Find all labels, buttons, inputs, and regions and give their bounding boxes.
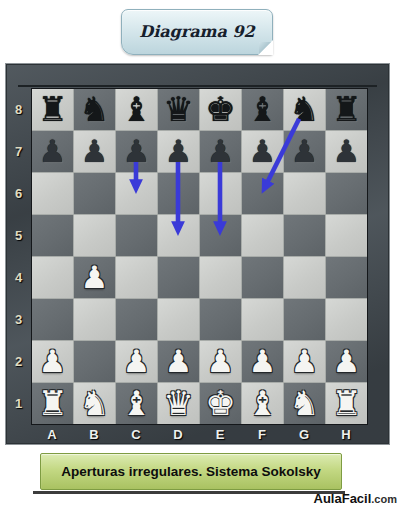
black-queen-d8: ♛: [163, 89, 193, 130]
file-label-h: H: [325, 425, 367, 445]
square-g8: ♞: [284, 89, 325, 130]
square-f4: [242, 257, 283, 298]
square-a4: [32, 257, 73, 298]
square-h1: ♜: [326, 383, 367, 424]
square-e8: ♚: [200, 89, 241, 130]
square-a8: ♜: [32, 89, 73, 130]
square-f1: ♝: [242, 383, 283, 424]
square-f6: [242, 173, 283, 214]
square-e3: [200, 299, 241, 340]
black-pawn-h7: ♟: [333, 131, 361, 172]
file-labels: ABCDEFGH: [31, 425, 368, 445]
square-b7: ♟: [74, 131, 115, 172]
square-a6: [32, 173, 73, 214]
black-rook-h8: ♜: [331, 89, 361, 130]
square-g5: [284, 215, 325, 256]
rank-label-7: 7: [6, 130, 31, 172]
square-d4: [158, 257, 199, 298]
square-e1: ♚: [200, 383, 241, 424]
white-bishop-c1: ♝: [121, 383, 151, 424]
square-f7: ♟: [242, 131, 283, 172]
square-d1: ♛: [158, 383, 199, 424]
square-c2: ♟: [116, 341, 157, 382]
caption-text: Aperturas irregulares. Sistema Sokolsky: [61, 464, 321, 479]
title-note: Diagrama 92: [121, 9, 273, 55]
square-b6: [74, 173, 115, 214]
black-pawn-d7: ♟: [165, 131, 193, 172]
black-pawn-f7: ♟: [249, 131, 277, 172]
file-label-c: C: [115, 425, 157, 445]
black-knight-b8: ♞: [79, 89, 109, 130]
white-pawn-d2: ♟: [165, 341, 193, 382]
file-label-f: F: [241, 425, 283, 445]
square-e4: [200, 257, 241, 298]
square-b4: ♟: [74, 257, 115, 298]
square-d2: ♟: [158, 341, 199, 382]
white-rook-a1: ♜: [37, 383, 67, 424]
square-f2: ♟: [242, 341, 283, 382]
white-pawn-e2: ♟: [207, 341, 235, 382]
black-pawn-c7: ♟: [123, 131, 151, 172]
square-c6: [116, 173, 157, 214]
brand-tld: .com: [371, 493, 397, 505]
square-d6: [158, 173, 199, 214]
square-d5: [158, 215, 199, 256]
rank-labels: 87654321: [6, 88, 31, 425]
rank-label-1: 1: [6, 382, 31, 424]
square-d8: ♛: [158, 89, 199, 130]
white-pawn-g2: ♟: [291, 341, 319, 382]
black-bishop-f8: ♝: [247, 89, 277, 130]
square-c3: [116, 299, 157, 340]
file-label-g: G: [283, 425, 325, 445]
page-title: Diagrama 92: [139, 22, 254, 43]
white-rook-h1: ♜: [331, 383, 361, 424]
square-b5: [74, 215, 115, 256]
square-d7: ♟: [158, 131, 199, 172]
square-a5: [32, 215, 73, 256]
white-pawn-a2: ♟: [39, 341, 67, 382]
diagram-page: Diagrama 92 87654321 ♜♞♝♛♚♝♞♜♟♟♟♟♟♟♟♟♟♟♟…: [0, 0, 399, 507]
black-bishop-c8: ♝: [121, 89, 151, 130]
square-f8: ♝: [242, 89, 283, 130]
square-e5: [200, 215, 241, 256]
white-knight-b1: ♞: [79, 383, 109, 424]
file-label-b: B: [73, 425, 115, 445]
square-e7: ♟: [200, 131, 241, 172]
black-pawn-e7: ♟: [207, 131, 235, 172]
square-h7: ♟: [326, 131, 367, 172]
square-d3: [158, 299, 199, 340]
square-h5: [326, 215, 367, 256]
black-pawn-b7: ♟: [81, 131, 109, 172]
square-b8: ♞: [74, 89, 115, 130]
square-c7: ♟: [116, 131, 157, 172]
caption-divider: [33, 491, 345, 494]
rank-label-6: 6: [6, 172, 31, 214]
square-g7: ♟: [284, 131, 325, 172]
square-c1: ♝: [116, 383, 157, 424]
brand-link[interactable]: AulaFacil.com: [314, 489, 397, 507]
square-c4: [116, 257, 157, 298]
brand-name: AulaFacil: [314, 491, 372, 506]
square-f3: [242, 299, 283, 340]
square-e6: [200, 173, 241, 214]
file-label-e: E: [199, 425, 241, 445]
file-label-d: D: [157, 425, 199, 445]
rank-label-2: 2: [6, 340, 31, 382]
white-pawn-f2: ♟: [249, 341, 277, 382]
black-pawn-a7: ♟: [39, 131, 67, 172]
caption-box: Aperturas irregulares. Sistema Sokolsky: [40, 453, 342, 490]
black-king-e8: ♚: [205, 89, 235, 130]
chess-board: ♜♞♝♛♚♝♞♜♟♟♟♟♟♟♟♟♟♟♟♟♟♟♟♟♜♞♝♛♚♝♞♜: [31, 88, 368, 425]
square-h2: ♟: [326, 341, 367, 382]
square-e2: ♟: [200, 341, 241, 382]
square-g4: [284, 257, 325, 298]
black-knight-g8: ♞: [289, 89, 319, 130]
rank-label-8: 8: [6, 88, 31, 130]
square-f5: [242, 215, 283, 256]
rank-label-3: 3: [6, 298, 31, 340]
square-c8: ♝: [116, 89, 157, 130]
chess-board-frame: 87654321 ♜♞♝♛♚♝♞♜♟♟♟♟♟♟♟♟♟♟♟♟♟♟♟♟♜♞♝♛♚♝♞…: [5, 63, 390, 445]
white-queen-d1: ♛: [163, 383, 193, 424]
white-bishop-f1: ♝: [247, 383, 277, 424]
black-pawn-g7: ♟: [291, 131, 319, 172]
square-h4: [326, 257, 367, 298]
square-h8: ♜: [326, 89, 367, 130]
square-a1: ♜: [32, 383, 73, 424]
square-g2: ♟: [284, 341, 325, 382]
square-g1: ♞: [284, 383, 325, 424]
square-b3: [74, 299, 115, 340]
square-b2: [74, 341, 115, 382]
square-a3: [32, 299, 73, 340]
rank-label-4: 4: [6, 256, 31, 298]
square-h3: [326, 299, 367, 340]
white-pawn-c2: ♟: [123, 341, 151, 382]
square-g6: [284, 173, 325, 214]
square-b1: ♞: [74, 383, 115, 424]
rank-label-5: 5: [6, 214, 31, 256]
square-h6: [326, 173, 367, 214]
square-c5: [116, 215, 157, 256]
white-king-e1: ♚: [205, 383, 235, 424]
white-knight-g1: ♞: [289, 383, 319, 424]
square-a2: ♟: [32, 341, 73, 382]
square-a7: ♟: [32, 131, 73, 172]
white-pawn-b4: ♟: [81, 257, 109, 298]
black-rook-a8: ♜: [37, 89, 67, 130]
square-g3: [284, 299, 325, 340]
white-pawn-h2: ♟: [333, 341, 361, 382]
file-label-a: A: [31, 425, 73, 445]
